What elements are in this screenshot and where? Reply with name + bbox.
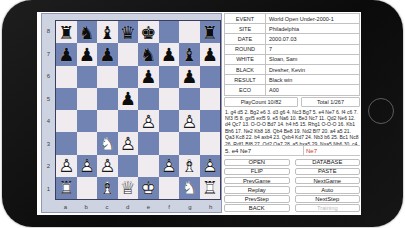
round-value: 7 [266, 45, 359, 54]
site-label: SITE [225, 24, 266, 33]
black-rook-piece: ♜ [200, 21, 221, 43]
square-h6[interactable] [200, 66, 221, 88]
square-e6[interactable]: ♟ [138, 66, 159, 88]
white-pawn-piece-outline: ♙ [200, 155, 221, 177]
rank-label-8: 8 [43, 20, 54, 43]
white-bishop-piece-outline: ♗ [97, 177, 118, 199]
square-h8[interactable]: ♜ [200, 21, 221, 43]
nextgame-button[interactable]: NextGame [295, 177, 361, 185]
file-label-h: h [200, 202, 221, 212]
info-row-round: ROUND 7 [225, 45, 359, 55]
prevstep-button[interactable]: PrevStep [224, 195, 290, 203]
square-h5[interactable] [200, 88, 221, 110]
square-h7[interactable]: ♟ [200, 43, 221, 65]
database-button[interactable]: DATABASE [295, 159, 361, 167]
square-f1[interactable] [159, 177, 180, 199]
white-bishop-piece-outline: ♗ [179, 155, 200, 177]
white-pawn-piece-outline: ♙ [118, 132, 139, 154]
black-queen-piece: ♛ [118, 21, 139, 43]
info-row-event: EVENT World Open Under-2000-1 [225, 14, 359, 24]
white-rook-piece-outline: ♖ [200, 177, 221, 199]
white-pawn-piece-outline: ♙ [56, 155, 77, 177]
open-button[interactable]: OPEN [224, 159, 290, 167]
square-c5[interactable] [97, 88, 118, 110]
black-pawn-piece: ♟ [77, 43, 98, 65]
square-g7[interactable]: ♝ [179, 43, 200, 65]
rank-label-5: 5 [43, 88, 54, 111]
paste-button[interactable]: PASTE [295, 168, 361, 176]
rank-label-3: 3 [43, 133, 54, 156]
flip-button[interactable]: FLIP [224, 168, 290, 176]
square-b1[interactable] [77, 177, 98, 199]
square-g2[interactable]: ♝♗ [179, 155, 200, 177]
square-c7[interactable]: ♟ [97, 43, 118, 65]
square-b5[interactable] [77, 88, 98, 110]
square-d2[interactable] [118, 155, 139, 177]
file-label-c: c [97, 202, 118, 212]
rank-label-2: 2 [43, 155, 54, 178]
black-label: BLACK [225, 65, 266, 74]
square-c8[interactable]: ♝ [97, 21, 118, 43]
file-labels: abcdefgh [55, 202, 221, 212]
square-c2[interactable]: ♟♙ [97, 155, 118, 177]
square-a5[interactable] [56, 88, 77, 110]
square-a1[interactable]: ♜♖ [56, 177, 77, 199]
white-knight-piece-outline: ♘ [97, 132, 118, 154]
square-f5[interactable] [159, 88, 180, 110]
square-g8[interactable] [179, 21, 200, 43]
white-king-piece-outline: ♔ [138, 177, 159, 199]
white-value: Sloan, Sam [266, 55, 359, 64]
white-pawn-piece-outline: ♙ [138, 110, 159, 132]
black-pawn-piece: ♟ [200, 43, 221, 65]
square-g4[interactable]: ♟♙ [179, 110, 200, 132]
square-h4[interactable] [200, 110, 221, 132]
screenshot-stage: 87654321 ♜♞♝♛♚♜♟♟♟♞♟♝♟♟♟♟♟♙♟♙♞♘♟♙♟♙♟♙♟♙♟… [0, 0, 405, 228]
square-e5[interactable] [138, 88, 159, 110]
square-g5[interactable] [179, 88, 200, 110]
replay-button[interactable]: Replay [224, 186, 290, 194]
training-button: Training [295, 204, 361, 212]
white-pawn-piece-outline: ♙ [77, 155, 98, 177]
event-label: EVENT [225, 14, 266, 23]
home-button[interactable] [368, 98, 394, 124]
file-label-g: g [180, 202, 201, 212]
square-h3[interactable] [200, 132, 221, 154]
control-buttons: OPEN DATABASE FLIP PASTE PrevGame NextGa… [224, 159, 360, 213]
app-screen: 87654321 ♜♞♝♛♚♜♟♟♟♞♟♝♟♟♟♟♟♙♟♙♞♘♟♙♟♙♟♙♟♙♟… [37, 12, 361, 215]
counter-row: PlayCount 10/82 Total 1/267 [224, 97, 360, 107]
date-value: 2000.07.03 [266, 34, 359, 43]
info-row-date: DATE 2000.07.03 [225, 34, 359, 44]
date-label: DATE [225, 34, 266, 43]
white-rook-piece-outline: ♖ [56, 177, 77, 199]
square-b4[interactable] [77, 110, 98, 132]
rank-label-7: 7 [43, 43, 54, 66]
square-d1[interactable]: ♛♕ [118, 177, 139, 199]
square-a2[interactable]: ♟♙ [56, 155, 77, 177]
result-label: RESULT [225, 75, 266, 84]
file-label-b: b [76, 202, 97, 212]
white-pawn-piece-outline: ♙ [159, 155, 180, 177]
white-knight-piece-outline: ♘ [179, 177, 200, 199]
prevgame-button[interactable]: PrevGame [224, 177, 290, 185]
back-button[interactable]: BACK [224, 204, 290, 212]
site-value: Philadelphia [266, 24, 359, 33]
square-c3[interactable]: ♞♘ [97, 132, 118, 154]
square-e3[interactable] [138, 132, 159, 154]
file-label-e: e [138, 202, 159, 212]
square-e8[interactable]: ♚ [138, 21, 159, 43]
square-e1[interactable]: ♚♔ [138, 177, 159, 199]
playcount-box[interactable]: PlayCount 10/82 [224, 97, 298, 107]
black-knight-piece: ♞ [77, 21, 98, 43]
square-c6[interactable] [97, 66, 118, 88]
eco-label: ECO [225, 85, 266, 94]
eco-value: A00 [266, 85, 359, 94]
black-bishop-piece: ♝ [97, 21, 118, 43]
square-a3[interactable] [56, 132, 77, 154]
game-info-panel: EVENT World Open Under-2000-1 SITE Phila… [224, 13, 360, 214]
square-f2[interactable]: ♟♙ [159, 155, 180, 177]
file-label-d: d [117, 202, 138, 212]
white-label: WHITE [225, 55, 266, 64]
square-a8[interactable]: ♜ [56, 21, 77, 43]
square-a4[interactable] [56, 110, 77, 132]
auto-button[interactable]: Auto [295, 186, 361, 194]
info-row-white: WHITE Sloan, Sam [225, 55, 359, 65]
square-c4[interactable] [97, 110, 118, 132]
black-pawn-piece: ♟ [179, 66, 200, 88]
black-pawn-piece: ♟ [159, 43, 180, 65]
square-b3[interactable] [77, 132, 98, 154]
black-pawn-piece: ♟ [56, 43, 77, 65]
info-row-result: RESULT Black win [225, 75, 359, 85]
square-f6[interactable] [159, 66, 180, 88]
move-list[interactable]: 1. g4 d5 2. Bg2 e6 3. d3 g6 4. Nc3 Bg7 5… [224, 107, 360, 145]
result-value: Black win [266, 75, 359, 84]
square-b2[interactable]: ♟♙ [77, 155, 98, 177]
square-d7[interactable] [118, 43, 139, 65]
square-g1[interactable]: ♞♘ [179, 177, 200, 199]
square-d4[interactable] [118, 110, 139, 132]
black-pawn-piece: ♟ [97, 43, 118, 65]
square-d5[interactable]: ♟ [118, 88, 139, 110]
square-f8[interactable] [159, 21, 180, 43]
black-value: Dresher, Kevin [266, 65, 359, 74]
rank-label-1: 1 [43, 178, 54, 201]
file-label-f: f [159, 202, 180, 212]
square-e2[interactable] [138, 155, 159, 177]
info-row-site: SITE Philadelphia [225, 24, 359, 34]
square-a6[interactable] [56, 66, 77, 88]
current-move-divider [303, 146, 304, 155]
square-e7[interactable]: ♞ [138, 43, 159, 65]
white-pawn-piece-outline: ♙ [97, 155, 118, 177]
white-pawn-piece-outline: ♙ [179, 110, 200, 132]
event-value: World Open Under-2000-1 [266, 14, 359, 23]
square-b7[interactable]: ♟ [77, 43, 98, 65]
square-d3[interactable]: ♟♙ [118, 132, 139, 154]
square-a7[interactable]: ♟ [56, 43, 77, 65]
current-move-row: 5. e4 Ne7 Ne7 [224, 145, 360, 156]
black-rook-piece: ♜ [56, 21, 77, 43]
square-g3[interactable] [179, 132, 200, 154]
square-d8[interactable]: ♛ [118, 21, 139, 43]
info-row-black: BLACK Dresher, Kevin [225, 65, 359, 75]
board-panel: 87654321 ♜♞♝♛♚♜♟♟♟♞♟♝♟♟♟♟♟♙♟♙♞♘♟♙♟♙♟♙♟♙♟… [41, 13, 222, 213]
square-g6[interactable]: ♟ [179, 66, 200, 88]
info-row-eco: ECO A00 [225, 85, 359, 95]
rank-labels: 87654321 [43, 20, 54, 200]
square-b6[interactable] [77, 66, 98, 88]
square-e4[interactable]: ♟♙ [138, 110, 159, 132]
file-label-a: a [55, 202, 76, 212]
square-f7[interactable]: ♟ [159, 43, 180, 65]
square-b8[interactable]: ♞ [77, 21, 98, 43]
black-bishop-piece: ♝ [179, 43, 200, 65]
square-c1[interactable]: ♝♗ [97, 177, 118, 199]
game-info-table: EVENT World Open Under-2000-1 SITE Phila… [224, 13, 360, 96]
white-queen-piece-outline: ♕ [118, 177, 139, 199]
black-knight-piece: ♞ [138, 43, 159, 65]
square-h1[interactable]: ♜♖ [200, 177, 221, 199]
total-box[interactable]: Total 1/267 [301, 97, 360, 107]
square-d6[interactable] [118, 66, 139, 88]
black-pawn-piece: ♟ [138, 66, 159, 88]
nextstep-button[interactable]: NextStep [295, 195, 361, 203]
black-king-piece: ♚ [138, 21, 159, 43]
rank-label-6: 6 [43, 65, 54, 88]
current-move-highlight: Ne7 [306, 146, 317, 155]
current-move-pair: 5. e4 Ne7 [225, 146, 251, 155]
rank-label-4: 4 [43, 110, 54, 133]
black-pawn-piece: ♟ [118, 88, 139, 110]
square-h2[interactable]: ♟♙ [200, 155, 221, 177]
square-f4[interactable] [159, 110, 180, 132]
round-label: ROUND [225, 45, 266, 54]
square-f3[interactable] [159, 132, 180, 154]
chess-board[interactable]: ♜♞♝♛♚♜♟♟♟♞♟♝♟♟♟♟♟♙♟♙♞♘♟♙♟♙♟♙♟♙♟♙♝♗♟♙♜♖♝♗… [55, 20, 221, 200]
